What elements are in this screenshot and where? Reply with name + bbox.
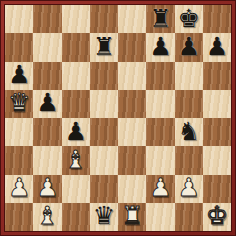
square-h6[interactable] xyxy=(203,62,231,90)
square-d5[interactable] xyxy=(90,90,118,118)
square-b5[interactable]: ♟ xyxy=(33,90,61,118)
square-h5[interactable] xyxy=(203,90,231,118)
square-e1[interactable]: ♜ xyxy=(118,203,146,231)
piece-white-queen[interactable]: ♛ xyxy=(8,90,30,115)
square-c4[interactable]: ♟ xyxy=(62,118,90,146)
piece-white-bishop[interactable]: ♝ xyxy=(36,203,58,228)
square-h1[interactable]: ♚ xyxy=(203,203,231,231)
square-g6[interactable] xyxy=(175,62,203,90)
square-g5[interactable] xyxy=(175,90,203,118)
square-a6[interactable]: ♟ xyxy=(5,62,33,90)
square-e4[interactable] xyxy=(118,118,146,146)
square-g8[interactable]: ♚ xyxy=(175,5,203,33)
square-e2[interactable] xyxy=(118,175,146,203)
square-c6[interactable] xyxy=(62,62,90,90)
square-d6[interactable] xyxy=(90,62,118,90)
square-c3[interactable]: ♝ xyxy=(62,146,90,174)
square-h8[interactable] xyxy=(203,5,231,33)
square-f4[interactable] xyxy=(146,118,174,146)
square-g2[interactable]: ♟ xyxy=(175,175,203,203)
piece-white-pawn[interactable]: ♟ xyxy=(36,175,58,200)
square-a7[interactable] xyxy=(5,33,33,61)
square-a2[interactable]: ♟ xyxy=(5,175,33,203)
piece-black-pawn[interactable]: ♟ xyxy=(177,34,199,59)
square-c2[interactable] xyxy=(62,175,90,203)
square-f6[interactable] xyxy=(146,62,174,90)
square-c5[interactable] xyxy=(62,90,90,118)
square-e8[interactable] xyxy=(118,5,146,33)
square-c8[interactable] xyxy=(62,5,90,33)
square-g1[interactable] xyxy=(175,203,203,231)
square-f7[interactable]: ♟ xyxy=(146,33,174,61)
square-g3[interactable] xyxy=(175,146,203,174)
piece-white-king[interactable]: ♚ xyxy=(206,203,228,228)
piece-white-rook[interactable]: ♜ xyxy=(121,203,143,228)
square-a3[interactable] xyxy=(5,146,33,174)
square-a4[interactable] xyxy=(5,118,33,146)
square-c1[interactable] xyxy=(62,203,90,231)
square-g4[interactable]: ♞ xyxy=(175,118,203,146)
square-e5[interactable] xyxy=(118,90,146,118)
piece-black-pawn[interactable]: ♟ xyxy=(36,90,58,115)
square-d4[interactable] xyxy=(90,118,118,146)
piece-black-knight[interactable]: ♞ xyxy=(177,119,199,144)
square-b2[interactable]: ♟ xyxy=(33,175,61,203)
square-a5[interactable]: ♛ xyxy=(5,90,33,118)
square-h4[interactable] xyxy=(203,118,231,146)
square-d3[interactable] xyxy=(90,146,118,174)
piece-black-queen[interactable]: ♛ xyxy=(93,203,115,228)
square-d2[interactable] xyxy=(90,175,118,203)
square-d7[interactable]: ♜ xyxy=(90,33,118,61)
chess-board: ♜♚♜♟♟♟♟♛♟♟♞♝♟♟♟♟♝♛♜♚ xyxy=(5,5,231,231)
piece-black-pawn[interactable]: ♟ xyxy=(64,119,86,144)
square-e7[interactable] xyxy=(118,33,146,61)
square-d1[interactable]: ♛ xyxy=(90,203,118,231)
square-c7[interactable] xyxy=(62,33,90,61)
square-b8[interactable] xyxy=(33,5,61,33)
square-h7[interactable]: ♟ xyxy=(203,33,231,61)
piece-black-pawn[interactable]: ♟ xyxy=(8,62,30,87)
piece-white-bishop[interactable]: ♝ xyxy=(64,147,86,172)
square-b3[interactable] xyxy=(33,146,61,174)
piece-black-rook[interactable]: ♜ xyxy=(93,34,115,59)
square-b1[interactable]: ♝ xyxy=(33,203,61,231)
square-d8[interactable] xyxy=(90,5,118,33)
square-f1[interactable] xyxy=(146,203,174,231)
square-h3[interactable] xyxy=(203,146,231,174)
square-f3[interactable] xyxy=(146,146,174,174)
square-a8[interactable] xyxy=(5,5,33,33)
piece-black-pawn[interactable]: ♟ xyxy=(206,34,228,59)
square-h2[interactable] xyxy=(203,175,231,203)
piece-white-pawn[interactable]: ♟ xyxy=(8,175,30,200)
square-b6[interactable] xyxy=(33,62,61,90)
square-f8[interactable]: ♜ xyxy=(146,5,174,33)
piece-white-pawn[interactable]: ♟ xyxy=(177,175,199,200)
piece-white-pawn[interactable]: ♟ xyxy=(149,175,171,200)
piece-black-pawn[interactable]: ♟ xyxy=(149,34,171,59)
square-f2[interactable]: ♟ xyxy=(146,175,174,203)
piece-black-king[interactable]: ♚ xyxy=(177,6,199,31)
piece-black-rook[interactable]: ♜ xyxy=(149,6,171,31)
square-b4[interactable] xyxy=(33,118,61,146)
square-a1[interactable] xyxy=(5,203,33,231)
square-e3[interactable] xyxy=(118,146,146,174)
square-f5[interactable] xyxy=(146,90,174,118)
square-g7[interactable]: ♟ xyxy=(175,33,203,61)
square-b7[interactable] xyxy=(33,33,61,61)
chess-board-frame: ♜♚♜♟♟♟♟♛♟♟♞♝♟♟♟♟♝♛♜♚ xyxy=(0,0,236,236)
square-e6[interactable] xyxy=(118,62,146,90)
